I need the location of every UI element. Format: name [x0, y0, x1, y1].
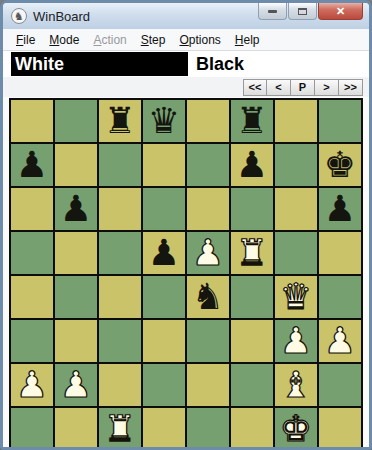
square-g6[interactable] — [275, 188, 317, 230]
white-clock[interactable]: White — [11, 52, 188, 76]
square-h2[interactable] — [319, 364, 361, 406]
square-g5[interactable] — [275, 232, 317, 274]
square-d3[interactable] — [143, 320, 185, 362]
square-b2[interactable]: ♟ — [55, 364, 97, 406]
black-pawn[interactable]: ♟ — [148, 232, 180, 274]
square-f7[interactable]: ♟ — [231, 144, 273, 186]
square-d1[interactable] — [143, 408, 185, 450]
white-pawn[interactable]: ♟ — [60, 364, 92, 406]
square-c7[interactable] — [99, 144, 141, 186]
square-g4[interactable]: ♛ — [275, 276, 317, 318]
square-d5[interactable]: ♟ — [143, 232, 185, 274]
square-e4[interactable]: ♞ — [187, 276, 229, 318]
white-pawn[interactable]: ♟ — [192, 232, 224, 274]
square-a6[interactable] — [11, 188, 53, 230]
square-d6[interactable] — [143, 188, 185, 230]
menu-bar: FileModeActionStepOptionsHelp — [3, 29, 369, 51]
nav-end-button[interactable]: >> — [339, 79, 363, 96]
window-title: WinBoard — [33, 9, 90, 24]
title-bar[interactable]: ♞ WinBoard ✕ — [3, 3, 369, 29]
nav-pause-button[interactable]: P — [291, 79, 315, 96]
nav-forward-button[interactable]: > — [315, 79, 339, 96]
square-g1[interactable]: ♚ — [275, 408, 317, 450]
square-e2[interactable] — [187, 364, 229, 406]
menu-file[interactable]: File — [9, 30, 42, 50]
maximize-icon — [298, 8, 307, 15]
square-f4[interactable] — [231, 276, 273, 318]
square-b6[interactable]: ♟ — [55, 188, 97, 230]
square-f5[interactable]: ♜ — [231, 232, 273, 274]
square-a4[interactable] — [11, 276, 53, 318]
square-b5[interactable] — [55, 232, 97, 274]
square-d4[interactable] — [143, 276, 185, 318]
black-king[interactable]: ♚ — [324, 144, 356, 186]
square-e8[interactable] — [187, 100, 229, 142]
square-c5[interactable] — [99, 232, 141, 274]
square-e5[interactable]: ♟ — [187, 232, 229, 274]
square-f6[interactable] — [231, 188, 273, 230]
menu-action[interactable]: Action — [86, 30, 133, 50]
square-f3[interactable] — [231, 320, 273, 362]
square-c3[interactable] — [99, 320, 141, 362]
menu-help[interactable]: Help — [228, 30, 267, 50]
white-pawn[interactable]: ♟ — [324, 320, 356, 362]
square-a8[interactable] — [11, 100, 53, 142]
square-b1[interactable] — [55, 408, 97, 450]
square-g2[interactable]: ♝ — [275, 364, 317, 406]
square-h7[interactable]: ♚ — [319, 144, 361, 186]
nav-back-button[interactable]: < — [267, 79, 291, 96]
white-rook[interactable]: ♜ — [104, 408, 136, 450]
black-rook[interactable]: ♜ — [104, 100, 136, 142]
board-area: ♜♛♜♟♟♚♟♟♟♟♜♞♛♟♟♟♟♝♜♚ — [3, 97, 369, 450]
clock-strip: White Black — [3, 51, 369, 77]
black-pawn[interactable]: ♟ — [60, 188, 92, 230]
white-pawn[interactable]: ♟ — [280, 320, 312, 362]
square-d2[interactable] — [143, 364, 185, 406]
square-a3[interactable] — [11, 320, 53, 362]
square-e1[interactable] — [187, 408, 229, 450]
square-e6[interactable] — [187, 188, 229, 230]
black-queen[interactable]: ♛ — [148, 100, 180, 142]
square-c4[interactable] — [99, 276, 141, 318]
square-h3[interactable]: ♟ — [319, 320, 361, 362]
square-c6[interactable] — [99, 188, 141, 230]
square-b8[interactable] — [55, 100, 97, 142]
black-rook[interactable]: ♜ — [236, 100, 268, 142]
menu-mode[interactable]: Mode — [42, 30, 86, 50]
square-b3[interactable] — [55, 320, 97, 362]
black-pawn[interactable]: ♟ — [16, 144, 48, 186]
square-d7[interactable] — [143, 144, 185, 186]
white-pawn[interactable]: ♟ — [16, 364, 48, 406]
square-h8[interactable] — [319, 100, 361, 142]
winboard-window: ♞ WinBoard ✕ FileModeActionStepOptionsHe… — [0, 0, 372, 450]
nav-start-button[interactable]: << — [243, 79, 267, 96]
square-c1[interactable]: ♜ — [99, 408, 141, 450]
white-rook[interactable]: ♜ — [236, 232, 268, 274]
square-c2[interactable] — [99, 364, 141, 406]
white-bishop[interactable]: ♝ — [280, 364, 312, 406]
square-d8[interactable]: ♛ — [143, 100, 185, 142]
menu-options[interactable]: Options — [172, 30, 227, 50]
white-king[interactable]: ♚ — [280, 408, 312, 450]
square-h4[interactable] — [319, 276, 361, 318]
black-pawn[interactable]: ♟ — [236, 144, 268, 186]
square-h1[interactable] — [319, 408, 361, 450]
square-f1[interactable] — [231, 408, 273, 450]
winboard-horse-icon: ♞ — [11, 8, 27, 24]
black-clock[interactable]: Black — [188, 52, 244, 76]
black-knight[interactable]: ♞ — [192, 276, 224, 318]
square-h5[interactable] — [319, 232, 361, 274]
square-g7[interactable] — [275, 144, 317, 186]
white-queen[interactable]: ♛ — [280, 276, 312, 318]
black-pawn[interactable]: ♟ — [324, 188, 356, 230]
maximize-button[interactable] — [288, 3, 317, 20]
square-e7[interactable] — [187, 144, 229, 186]
close-icon: ✕ — [336, 5, 345, 18]
square-a2[interactable]: ♟ — [11, 364, 53, 406]
square-a7[interactable]: ♟ — [11, 144, 53, 186]
square-b4[interactable] — [55, 276, 97, 318]
square-g3[interactable]: ♟ — [275, 320, 317, 362]
square-f8[interactable]: ♜ — [231, 100, 273, 142]
minimize-button[interactable] — [258, 3, 287, 20]
square-g8[interactable] — [275, 100, 317, 142]
menu-step[interactable]: Step — [134, 30, 173, 50]
square-b7[interactable] — [55, 144, 97, 186]
chess-board: ♜♛♜♟♟♚♟♟♟♟♜♞♛♟♟♟♟♝♜♚ — [9, 98, 363, 450]
square-a1[interactable] — [11, 408, 53, 450]
nav-button-bar: <<<P>>> — [3, 77, 369, 97]
close-button[interactable]: ✕ — [318, 3, 363, 20]
square-e3[interactable] — [187, 320, 229, 362]
square-f2[interactable] — [231, 364, 273, 406]
square-h6[interactable]: ♟ — [319, 188, 361, 230]
minimize-icon — [268, 10, 277, 13]
square-a5[interactable] — [11, 232, 53, 274]
square-c8[interactable]: ♜ — [99, 100, 141, 142]
